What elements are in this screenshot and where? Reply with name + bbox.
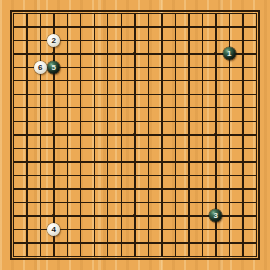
star-dot: [52, 214, 55, 217]
board-grid: 123456: [7, 7, 264, 264]
stone-white-move-6: 6: [34, 61, 47, 74]
go-board: 123456: [0, 0, 270, 270]
star-point-D16: [47, 47, 61, 61]
stone-black-move-5: 5: [47, 61, 60, 74]
intersection-D15: 5: [47, 61, 61, 75]
star-point-K4: [128, 209, 142, 223]
star-point-K16: [128, 47, 142, 61]
intersection-D17: 2: [47, 34, 61, 48]
star-dot: [133, 52, 136, 55]
star-dot: [52, 52, 55, 55]
star-dot: [133, 133, 136, 136]
intersection-C15: 6: [34, 61, 48, 75]
star-dot: [52, 133, 55, 136]
star-dot: [214, 133, 217, 136]
intersection-Q4: 3: [209, 209, 223, 223]
star-dot: [214, 52, 217, 55]
star-point-D10: [47, 128, 61, 142]
stone-white-move-2: 2: [47, 34, 60, 47]
stone-black-move-1: 1: [223, 47, 236, 60]
star-point-Q10: [209, 128, 223, 142]
intersection-R16: 1: [223, 47, 237, 61]
stone-black-move-3: 3: [209, 209, 222, 222]
star-dot: [133, 214, 136, 217]
star-point-Q16: [209, 47, 223, 61]
intersection-D3: 4: [47, 223, 61, 237]
star-point-D4: [47, 209, 61, 223]
stone-white-move-4: 4: [47, 223, 60, 236]
star-point-K10: [128, 128, 142, 142]
